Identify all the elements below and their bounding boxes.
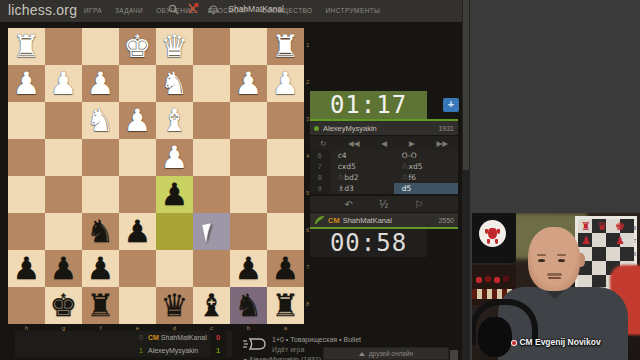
move-number: 8 xyxy=(310,172,330,183)
lichess-logo[interactable]: lichess.org xyxy=(8,2,77,18)
black-pawn-d5[interactable]: ♟ xyxy=(156,176,193,213)
white-bishop-d3[interactable]: ♝ xyxy=(156,102,193,139)
white-pawn-f2[interactable]: ♟ xyxy=(82,65,119,102)
white-knight-f3[interactable]: ♞ xyxy=(82,102,119,139)
black-move[interactable]: ♘xd5 xyxy=(394,161,458,172)
club-logo xyxy=(479,220,506,247)
square-c1[interactable] xyxy=(193,28,230,65)
square-e4[interactable] xyxy=(119,139,156,176)
player-clock: 00:58 xyxy=(310,229,427,257)
white-move[interactable]: ♗d3 xyxy=(330,183,394,194)
square-b2[interactable]: ♟ xyxy=(230,65,267,102)
square-a1[interactable]: ♜ xyxy=(267,28,304,65)
menu-item-0[interactable]: ИГРА xyxy=(84,7,102,14)
demo-piece: ♛ xyxy=(597,220,607,233)
crosstable-player-name[interactable]: CM ShahMatKanal xyxy=(148,331,210,344)
crosstable-player-name[interactable]: AlexeyMysyakin xyxy=(148,344,210,357)
white-rook-a1[interactable]: ♜ xyxy=(267,28,304,65)
demo-piece: ♜ xyxy=(581,220,591,233)
player-name[interactable]: ShahMatKanal xyxy=(343,216,392,225)
square-f6[interactable]: ♞ xyxy=(82,213,119,250)
red-chess-figures xyxy=(474,273,514,287)
square-h5[interactable] xyxy=(8,176,45,213)
move-row-6: 6c4O-O xyxy=(310,150,458,161)
black-move[interactable]: d5 xyxy=(394,183,458,194)
square-b8[interactable]: ♞ xyxy=(230,287,267,324)
rank-label-2: 2 xyxy=(306,79,314,85)
mouth xyxy=(548,277,561,279)
square-b6[interactable] xyxy=(230,213,267,250)
square-d6[interactable] xyxy=(156,213,193,250)
square-e8[interactable] xyxy=(119,287,156,324)
square-e1[interactable]: ♚ xyxy=(119,28,156,65)
square-h6[interactable] xyxy=(8,213,45,250)
square-g1[interactable] xyxy=(45,28,82,65)
square-c5[interactable] xyxy=(193,176,230,213)
move-row-9: 9♗d3d5 xyxy=(310,183,458,194)
black-pawn-a7[interactable]: ♟ xyxy=(267,250,304,287)
square-g3[interactable] xyxy=(45,102,82,139)
white-move[interactable]: cxd5 xyxy=(330,161,394,172)
square-a6[interactable] xyxy=(267,213,304,250)
square-f3[interactable]: ♞ xyxy=(82,102,119,139)
square-b5[interactable] xyxy=(230,176,267,213)
white-pawn-a2[interactable]: ♟ xyxy=(267,65,304,102)
move-number: 7 xyxy=(310,161,330,172)
step-back-icon[interactable]: ◀ xyxy=(381,139,387,148)
square-h2[interactable]: ♟ xyxy=(8,65,45,102)
crosstable-score: 1 xyxy=(210,344,226,357)
square-b4[interactable] xyxy=(230,139,267,176)
draw-offer-icon[interactable]: ½ xyxy=(379,199,389,210)
game-result-cell: 0 xyxy=(134,331,148,344)
move-number: 9 xyxy=(310,183,330,194)
white-move[interactable]: ♘bd2 xyxy=(330,172,394,183)
square-b3[interactable] xyxy=(230,102,267,139)
streamer-head xyxy=(528,227,580,291)
navbar: lichess.org ИГРАЗАДАЧИОБУЧЕНИЕПРОСМОТРСО… xyxy=(0,0,462,22)
square-f4[interactable] xyxy=(82,139,119,176)
challenge-icon[interactable] xyxy=(188,3,199,15)
move-navigation: ↻◀◀◀▶▶▶ xyxy=(310,136,458,150)
file-label-b: b xyxy=(230,325,267,331)
demo-piece: ♟ xyxy=(581,234,591,247)
white-rook-h1[interactable]: ♜ xyxy=(8,28,45,65)
black-pawn-b7[interactable]: ♟ xyxy=(230,250,267,287)
square-h7[interactable]: ♟ xyxy=(8,250,45,287)
square-e7[interactable] xyxy=(119,250,156,287)
square-d4[interactable]: ♟ xyxy=(156,139,193,176)
square-e3[interactable]: ♟ xyxy=(119,102,156,139)
brow xyxy=(557,254,566,256)
crosstable-row-1: 1AlexeyMysyakin1 xyxy=(15,344,232,357)
white-pawn-g2[interactable]: ♟ xyxy=(45,65,82,102)
last-move-highlight xyxy=(156,213,193,250)
square-f8[interactable]: ♜ xyxy=(82,287,119,324)
game-status-label: Идёт игра xyxy=(272,346,304,353)
search-icon[interactable] xyxy=(168,4,179,15)
black-move[interactable]: ♘f6 xyxy=(394,172,458,183)
replay-icon[interactable]: ↻ xyxy=(320,139,326,148)
username[interactable]: ShahMatKanal xyxy=(228,4,284,14)
move-row-8: 8♘bd2♘f6 xyxy=(310,172,458,183)
square-g5[interactable] xyxy=(45,176,82,213)
square-c7[interactable] xyxy=(193,250,230,287)
black-rook-a8[interactable]: ♜ xyxy=(267,287,304,324)
square-g7[interactable]: ♟ xyxy=(45,250,82,287)
opponent-rating: 1931 xyxy=(438,125,454,132)
brow xyxy=(537,254,546,256)
square-c8[interactable]: ♝ xyxy=(193,287,230,324)
black-pawn-f7[interactable]: ♟ xyxy=(82,250,119,287)
mini-scrollbar[interactable] xyxy=(450,350,458,360)
bullet-icon xyxy=(242,336,268,352)
white-king-e1[interactable]: ♚ xyxy=(119,28,156,65)
square-e2[interactable] xyxy=(119,65,156,102)
square-e5[interactable] xyxy=(119,176,156,213)
rank-label-7: 7 xyxy=(306,264,314,270)
mustache xyxy=(547,273,562,276)
opponent-name[interactable]: AlexeyMysyakin xyxy=(323,124,377,133)
headphones xyxy=(472,299,538,360)
menu-item-1[interactable]: ЗАДАЧИ xyxy=(115,7,143,14)
white-pawn-h2[interactable]: ♟ xyxy=(8,65,45,102)
white-knight-d2[interactable]: ♞ xyxy=(156,65,193,102)
rank-label-8: 8 xyxy=(306,301,314,307)
demo-piece: ♟ xyxy=(615,234,625,247)
square-h1[interactable]: ♜ xyxy=(8,28,45,65)
black-queen-d8[interactable]: ♛ xyxy=(156,287,193,324)
square-g4[interactable] xyxy=(45,139,82,176)
streamer-name: CM Evgenij Novikov xyxy=(519,337,600,347)
move-list: 6c4O-O7cxd5♘xd58♘bd2♘f69♗d3d5 xyxy=(310,150,458,194)
patron-wing-icon xyxy=(314,215,325,225)
black-move[interactable]: O-O xyxy=(394,150,458,161)
crosstable-row-0: 0CM ShahMatKanal0 xyxy=(15,331,232,344)
page-scrollbar-thumb[interactable] xyxy=(463,0,469,170)
takeback-icon[interactable]: ↶ xyxy=(344,199,352,210)
move-number: 6 xyxy=(310,150,330,161)
square-a8[interactable]: ♜ xyxy=(267,287,304,324)
crosstable-score: 0 xyxy=(210,331,226,344)
black-king-g8[interactable]: ♚ xyxy=(45,287,82,324)
square-a3[interactable] xyxy=(267,102,304,139)
webcam-video: ♜ ♛ ♚ ♟ ♟ 87654 CM Evgenij Novikov xyxy=(472,213,640,360)
add-time-button[interactable]: + xyxy=(443,98,459,112)
time-control-label: 1+0 • Товарищеская • Bullet xyxy=(272,336,361,343)
square-d8[interactable]: ♛ xyxy=(156,287,193,324)
square-e6[interactable]: ♟ xyxy=(119,213,156,250)
square-a4[interactable] xyxy=(267,139,304,176)
move-row-7: 7cxd5♘xd5 xyxy=(310,161,458,172)
file-label-a: a xyxy=(267,325,304,331)
square-d5[interactable]: ♟ xyxy=(156,176,193,213)
opponent-player-bar[interactable]: AlexeyMysyakin 1931 xyxy=(310,121,458,135)
square-c2[interactable] xyxy=(193,65,230,102)
square-a2[interactable]: ♟ xyxy=(267,65,304,102)
step-forward-icon[interactable]: ▶ xyxy=(409,139,415,148)
skip-last-icon[interactable]: ▶▶ xyxy=(436,139,448,148)
webcam-caption: CM Evgenij Novikov xyxy=(472,337,640,347)
square-c3[interactable] xyxy=(193,102,230,139)
black-knight-f6[interactable]: ♞ xyxy=(82,213,119,250)
square-d1[interactable]: ♛ xyxy=(156,28,193,65)
player-title: CM xyxy=(328,216,340,225)
game-actions: ↶ ½ ⚐ xyxy=(310,196,458,212)
square-a7[interactable]: ♟ xyxy=(267,250,304,287)
navbar-right: ShahMatKanal xyxy=(168,3,284,15)
online-dot-icon xyxy=(314,126,319,131)
eye xyxy=(558,259,565,262)
black-pawn-e6[interactable]: ♟ xyxy=(119,213,156,250)
opponent-clock: 01:17 xyxy=(310,91,427,119)
chevron-up-icon xyxy=(359,352,365,356)
white-pawn-e3[interactable]: ♟ xyxy=(119,102,156,139)
player-rating: 2550 xyxy=(438,217,454,224)
chess-board: ♜♚♛♜♟♟♟♞♟♟♞♟♝♟♟♞♟♟♟♟♟♟♚♜♛♝♞♜ xyxy=(8,28,304,324)
square-f2[interactable]: ♟ xyxy=(82,65,119,102)
square-a5[interactable] xyxy=(267,176,304,213)
skip-first-icon[interactable]: ◀◀ xyxy=(348,139,360,148)
game-result-cell: 1 xyxy=(134,344,148,357)
white-pawn-d4[interactable]: ♟ xyxy=(156,139,193,176)
square-b7[interactable]: ♟ xyxy=(230,250,267,287)
black-bishop-c8[interactable]: ♝ xyxy=(193,287,230,324)
square-b1[interactable] xyxy=(230,28,267,65)
square-h8[interactable] xyxy=(8,287,45,324)
black-pawn-h7[interactable]: ♟ xyxy=(8,250,45,287)
square-h3[interactable] xyxy=(8,102,45,139)
white-move[interactable]: c4 xyxy=(330,150,394,161)
crosstable: 0CM ShahMatKanal01AlexeyMysyakin1 xyxy=(15,331,232,357)
square-g6[interactable] xyxy=(45,213,82,250)
eye xyxy=(538,259,545,262)
rank-label-1: 1 xyxy=(306,42,314,48)
player-bar[interactable]: CM ShahMatKanal 2550 xyxy=(310,213,458,227)
square-d2[interactable]: ♞ xyxy=(156,65,193,102)
menu-item-5[interactable]: ИНСТРУМЕНТЫ xyxy=(326,7,381,14)
crosstable-player-title: CM xyxy=(148,334,161,341)
friends-online-bar[interactable]: друзей онлайн xyxy=(323,347,449,360)
square-f1[interactable] xyxy=(82,28,119,65)
black-knight-b8[interactable]: ♞ xyxy=(230,287,267,324)
square-g2[interactable]: ♟ xyxy=(45,65,82,102)
square-g8[interactable]: ♚ xyxy=(45,287,82,324)
bell-icon[interactable] xyxy=(208,3,219,15)
friends-online-label: друзей онлайн xyxy=(369,350,413,357)
square-f5[interactable] xyxy=(82,176,119,213)
square-h4[interactable] xyxy=(8,139,45,176)
demo-piece: ♚ xyxy=(615,220,625,233)
square-c4[interactable] xyxy=(193,139,230,176)
square-d7[interactable] xyxy=(156,250,193,287)
black-pawn-g7[interactable]: ♟ xyxy=(45,250,82,287)
square-f7[interactable]: ♟ xyxy=(82,250,119,287)
white-pawn-b2[interactable]: ♟ xyxy=(230,65,267,102)
white-queen-d1[interactable]: ♛ xyxy=(156,28,193,65)
square-d3[interactable]: ♝ xyxy=(156,102,193,139)
resign-flag-icon[interactable]: ⚐ xyxy=(415,199,424,210)
black-rook-f8[interactable]: ♜ xyxy=(82,287,119,324)
caption-logo-icon xyxy=(511,340,517,346)
